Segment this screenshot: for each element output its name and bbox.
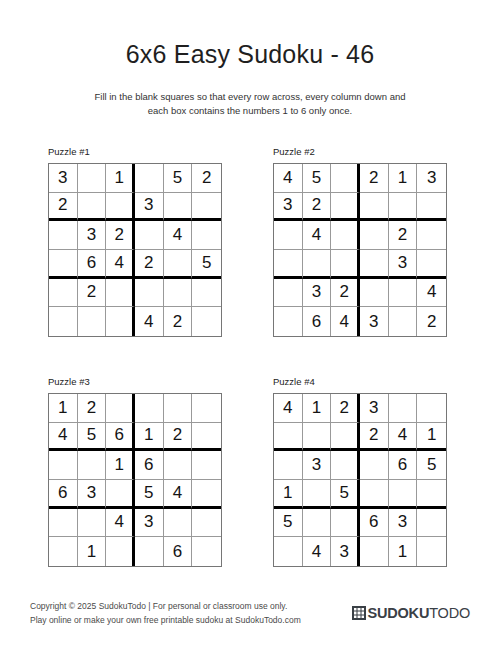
cell-r6c4-given: 3 <box>360 307 389 336</box>
cell-r5c4-empty <box>360 279 389 308</box>
sudoku-grid-icon <box>352 606 366 620</box>
cell-r1c3-empty <box>331 164 360 193</box>
cell-r4c2-empty <box>303 480 332 509</box>
cell-r5c3-given: 4 <box>106 509 135 538</box>
cell-r6c2-given: 4 <box>303 537 332 566</box>
cell-r1c3-given: 2 <box>331 394 360 423</box>
cell-r1c6-empty <box>192 394 221 423</box>
cell-r4c5-given: 4 <box>164 480 193 509</box>
cell-r1c1-given: 4 <box>274 394 303 423</box>
cell-r4c5-empty <box>389 480 418 509</box>
cell-r2c1-given: 2 <box>49 193 78 222</box>
cell-r4c1-given: 1 <box>274 480 303 509</box>
cell-r3c2-given: 4 <box>303 221 332 250</box>
cell-r2c5-given: 2 <box>164 423 193 452</box>
puzzle-4-label: Puzzle #4 <box>273 376 447 388</box>
puzzle-1-label: Puzzle #1 <box>48 146 222 158</box>
cell-r4c1-empty <box>274 250 303 279</box>
cell-r4c6-empty <box>192 480 221 509</box>
cell-r6c1-empty <box>49 537 78 566</box>
cell-r3c2-given: 3 <box>78 221 107 250</box>
cell-r1c4-given: 3 <box>360 394 389 423</box>
cell-r6c2-empty <box>78 307 107 336</box>
cell-r1c6-empty <box>417 394 446 423</box>
cell-r3c4-empty <box>360 451 389 480</box>
cell-r6c4-empty <box>135 537 164 566</box>
cell-r3c1-empty <box>274 221 303 250</box>
cell-r4c3-empty <box>331 250 360 279</box>
instructions-line-2: each box contains the numbers 1 to 6 onl… <box>0 104 500 118</box>
cell-r6c5-empty <box>389 307 418 336</box>
cell-r5c5-empty <box>389 279 418 308</box>
cell-r5c1-empty <box>49 279 78 308</box>
cell-r4c3-given: 4 <box>106 250 135 279</box>
cell-r5c5-empty <box>164 279 193 308</box>
cell-r5c3-empty <box>331 509 360 538</box>
cell-r6c6-empty <box>417 537 446 566</box>
cell-r2c6-given: 1 <box>417 423 446 452</box>
cell-r2c6-empty <box>192 423 221 452</box>
puzzle-2-label: Puzzle #2 <box>273 146 447 158</box>
cell-r1c2-given: 5 <box>303 164 332 193</box>
cell-r3c3-empty <box>331 221 360 250</box>
cell-r3c4-empty <box>360 221 389 250</box>
cell-r4c2-given: 3 <box>78 480 107 509</box>
cell-r2c3-given: 6 <box>106 423 135 452</box>
cell-r3c5-given: 6 <box>389 451 418 480</box>
cell-r4c4-given: 5 <box>135 480 164 509</box>
cell-r5c2-empty <box>303 509 332 538</box>
cell-r4c4-empty <box>360 250 389 279</box>
cell-r6c2-given: 6 <box>303 307 332 336</box>
cell-r4c3-given: 5 <box>331 480 360 509</box>
puzzle-3-grid: 12456121663544316 <box>48 393 222 567</box>
cell-r1c1-given: 3 <box>49 164 78 193</box>
puzzle-3-label: Puzzle #3 <box>48 376 222 388</box>
cell-r5c6-empty <box>417 509 446 538</box>
cell-r6c2-given: 1 <box>78 537 107 566</box>
cell-r5c4-empty <box>135 279 164 308</box>
cell-r2c1-empty <box>274 423 303 452</box>
sudokutodo-logo: SUDOKUTODO <box>352 605 470 621</box>
cell-r1c4-empty <box>135 164 164 193</box>
cell-r3c4-given: 6 <box>135 451 164 480</box>
cell-r3c3-given: 2 <box>106 221 135 250</box>
cell-r4c4-given: 2 <box>135 250 164 279</box>
printable-sudoku-sheet: 6x6 Easy Sudoku - 46 Fill in the blank s… <box>0 0 500 647</box>
cell-r4c5-empty <box>164 250 193 279</box>
cell-r1c5-given: 1 <box>389 164 418 193</box>
cell-r1c5-empty <box>164 394 193 423</box>
cell-r1c2-given: 1 <box>303 394 332 423</box>
cell-r5c3-given: 2 <box>331 279 360 308</box>
puzzle-2: Puzzle #2 45213324233246432 <box>273 146 447 337</box>
cell-r1c2-given: 2 <box>78 394 107 423</box>
cell-r6c1-empty <box>49 307 78 336</box>
cell-r3c1-empty <box>49 451 78 480</box>
cell-r6c3-empty <box>106 537 135 566</box>
cell-r3c4-empty <box>135 221 164 250</box>
cell-r3c1-empty <box>274 451 303 480</box>
cell-r6c6-empty <box>192 307 221 336</box>
cell-r2c2-empty <box>78 193 107 222</box>
cell-r3c6-given: 5 <box>417 451 446 480</box>
cell-r2c3-empty <box>331 193 360 222</box>
copyright-text: Copyright © 2025 SudokuTodo | For person… <box>30 600 301 627</box>
cell-r6c5-given: 1 <box>389 537 418 566</box>
puzzle-4-grid: 412324136515563431 <box>273 393 447 567</box>
cell-r2c1-given: 4 <box>49 423 78 452</box>
cell-r2c5-given: 4 <box>389 423 418 452</box>
cell-r4c3-empty <box>106 480 135 509</box>
cell-r3c6-empty <box>417 221 446 250</box>
cell-r3c2-given: 3 <box>303 451 332 480</box>
cell-r3c5-empty <box>164 451 193 480</box>
cell-r2c6-empty <box>192 193 221 222</box>
cell-r1c6-given: 3 <box>417 164 446 193</box>
cell-r2c3-empty <box>106 193 135 222</box>
puzzle-2-grid: 45213324233246432 <box>273 163 447 337</box>
cell-r3c1-empty <box>49 221 78 250</box>
cell-r1c5-empty <box>389 394 418 423</box>
cell-r5c6-empty <box>192 279 221 308</box>
cell-r1c1-given: 1 <box>49 394 78 423</box>
instructions-line-1: Fill in the blank squares so that every … <box>0 90 500 104</box>
cell-r1c4-given: 2 <box>360 164 389 193</box>
cell-r3c3-given: 1 <box>106 451 135 480</box>
cell-r4c2-given: 6 <box>78 250 107 279</box>
cell-r5c1-empty <box>274 279 303 308</box>
cell-r4c5-given: 3 <box>389 250 418 279</box>
cell-r5c4-given: 6 <box>360 509 389 538</box>
cell-r1c2-empty <box>78 164 107 193</box>
cell-r3c5-given: 2 <box>389 221 418 250</box>
cell-r6c6-empty <box>192 537 221 566</box>
cell-r4c1-given: 6 <box>49 480 78 509</box>
cell-r6c6-given: 2 <box>417 307 446 336</box>
cell-r2c3-empty <box>331 423 360 452</box>
page-title: 6x6 Easy Sudoku - 46 <box>0 40 500 69</box>
puzzle-4: Puzzle #4 412324136515563431 <box>273 376 447 567</box>
puzzle-3: Puzzle #3 12456121663544316 <box>48 376 222 567</box>
cell-r2c2-empty <box>303 423 332 452</box>
cell-r2c5-empty <box>389 193 418 222</box>
cell-r5c2-given: 2 <box>78 279 107 308</box>
cell-r4c6-given: 5 <box>192 250 221 279</box>
cell-r3c6-empty <box>192 221 221 250</box>
cell-r2c2-given: 2 <box>303 193 332 222</box>
copyright-line-2: Play online or make your own free printa… <box>30 614 301 628</box>
cell-r4c2-empty <box>303 250 332 279</box>
cell-r6c3-given: 3 <box>331 537 360 566</box>
cell-r2c4-given: 3 <box>135 193 164 222</box>
cell-r5c2-empty <box>78 509 107 538</box>
cell-r2c1-given: 3 <box>274 193 303 222</box>
cell-r5c5-empty <box>164 509 193 538</box>
cell-r6c4-empty <box>360 537 389 566</box>
logo-text-bold: SUDOKU <box>368 605 430 621</box>
puzzle-1: Puzzle #1 3152233246425242 <box>48 146 222 337</box>
cell-r2c4-given: 1 <box>135 423 164 452</box>
cell-r4c1-empty <box>49 250 78 279</box>
cell-r4c4-empty <box>360 480 389 509</box>
cell-r2c2-given: 5 <box>78 423 107 452</box>
cell-r2c6-empty <box>417 193 446 222</box>
cell-r6c3-empty <box>106 307 135 336</box>
cell-r6c5-given: 2 <box>164 307 193 336</box>
cell-r5c1-given: 5 <box>274 509 303 538</box>
cell-r6c4-given: 4 <box>135 307 164 336</box>
cell-r1c6-given: 2 <box>192 164 221 193</box>
cell-r1c3-given: 1 <box>106 164 135 193</box>
cell-r2c4-given: 2 <box>360 423 389 452</box>
cell-r4c6-empty <box>417 480 446 509</box>
cell-r5c4-given: 3 <box>135 509 164 538</box>
cell-r6c3-given: 4 <box>331 307 360 336</box>
cell-r3c2-empty <box>78 451 107 480</box>
cell-r4c6-empty <box>417 250 446 279</box>
instructions: Fill in the blank squares so that every … <box>0 90 500 118</box>
puzzle-1-grid: 3152233246425242 <box>48 163 222 337</box>
cell-r5c6-empty <box>192 509 221 538</box>
cell-r6c1-empty <box>274 537 303 566</box>
cell-r5c2-given: 3 <box>303 279 332 308</box>
cell-r5c6-given: 4 <box>417 279 446 308</box>
cell-r1c3-empty <box>106 394 135 423</box>
copyright-line-1: Copyright © 2025 SudokuTodo | For person… <box>30 600 301 614</box>
cell-r6c5-given: 6 <box>164 537 193 566</box>
logo-text-light: TODO <box>429 605 470 621</box>
cell-r1c1-given: 4 <box>274 164 303 193</box>
cell-r3c6-empty <box>192 451 221 480</box>
cell-r3c5-given: 4 <box>164 221 193 250</box>
cell-r2c4-empty <box>360 193 389 222</box>
cell-r1c4-empty <box>135 394 164 423</box>
cell-r5c3-empty <box>106 279 135 308</box>
cell-r2c5-empty <box>164 193 193 222</box>
cell-r1c5-given: 5 <box>164 164 193 193</box>
cell-r3c3-empty <box>331 451 360 480</box>
cell-r5c1-empty <box>49 509 78 538</box>
cell-r5c5-given: 3 <box>389 509 418 538</box>
cell-r6c1-empty <box>274 307 303 336</box>
